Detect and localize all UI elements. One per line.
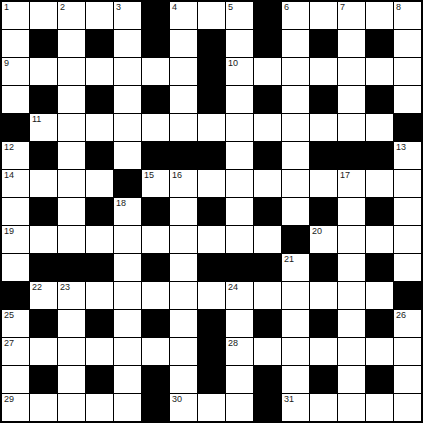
white-cell-r14c8[interactable] xyxy=(226,394,253,421)
black-cell-r1c3 xyxy=(86,30,113,57)
black-cell-r3c3 xyxy=(86,86,113,113)
black-cell-r11c9 xyxy=(254,310,281,337)
white-cell-r12c3[interactable] xyxy=(86,338,113,365)
white-cell-r14c12[interactable] xyxy=(338,394,365,421)
white-cell-r0c2[interactable]: 2 xyxy=(58,2,85,29)
white-cell-r5c2[interactable] xyxy=(58,142,85,169)
clue-number: 10 xyxy=(228,58,238,69)
white-cell-r8c9[interactable] xyxy=(254,226,281,253)
white-cell-r4c2[interactable] xyxy=(58,114,85,141)
white-cell-r4c9[interactable] xyxy=(254,114,281,141)
black-cell-r4c14 xyxy=(394,114,421,141)
clue-number: 29 xyxy=(4,394,14,405)
black-cell-r10c0 xyxy=(2,282,29,309)
black-cell-r7c1 xyxy=(30,198,57,225)
clue-number: 30 xyxy=(172,394,182,405)
white-cell-r6c14[interactable] xyxy=(394,170,421,197)
white-cell-r4c4[interactable] xyxy=(114,114,141,141)
white-cell-r6c0[interactable]: 14 xyxy=(2,170,29,197)
black-cell-r4c0 xyxy=(2,114,29,141)
white-cell-r8c4[interactable] xyxy=(114,226,141,253)
black-cell-r1c9 xyxy=(254,30,281,57)
black-cell-r3c1 xyxy=(30,86,57,113)
black-cell-r13c1 xyxy=(30,366,57,393)
white-cell-r8c7[interactable] xyxy=(198,226,225,253)
white-cell-r0c7[interactable] xyxy=(198,2,225,29)
white-cell-r14c3[interactable] xyxy=(86,394,113,421)
white-cell-r4c12[interactable] xyxy=(338,114,365,141)
white-cell-r5c10[interactable] xyxy=(282,142,309,169)
white-cell-r12c2[interactable] xyxy=(58,338,85,365)
white-cell-r10c3[interactable] xyxy=(86,282,113,309)
white-cell-r10c6[interactable] xyxy=(170,282,197,309)
clue-number: 11 xyxy=(32,114,41,125)
white-cell-r0c11[interactable] xyxy=(310,2,337,29)
white-cell-r11c2[interactable] xyxy=(58,310,85,337)
clue-number: 1 xyxy=(4,2,9,13)
white-cell-r0c1[interactable] xyxy=(30,2,57,29)
black-cell-r10c14 xyxy=(394,282,421,309)
black-cell-r7c9 xyxy=(254,198,281,225)
white-cell-r3c12[interactable] xyxy=(338,86,365,113)
white-cell-r12c8[interactable]: 28 xyxy=(226,338,253,365)
white-cell-r1c8[interactable] xyxy=(226,30,253,57)
white-cell-r14c13[interactable] xyxy=(366,394,393,421)
black-cell-r5c1 xyxy=(30,142,57,169)
white-cell-r0c0[interactable]: 1 xyxy=(2,2,29,29)
white-cell-r0c14[interactable]: 8 xyxy=(394,2,421,29)
white-cell-r14c11[interactable] xyxy=(310,394,337,421)
white-cell-r4c1[interactable]: 11 xyxy=(30,114,57,141)
white-cell-r8c8[interactable] xyxy=(226,226,253,253)
white-cell-r7c12[interactable] xyxy=(338,198,365,225)
black-cell-r1c1 xyxy=(30,30,57,57)
white-cell-r10c8[interactable]: 24 xyxy=(226,282,253,309)
white-cell-r12c12[interactable] xyxy=(338,338,365,365)
white-cell-r2c4[interactable] xyxy=(114,58,141,85)
white-cell-r4c11[interactable] xyxy=(310,114,337,141)
white-cell-r8c2[interactable] xyxy=(58,226,85,253)
black-cell-r3c5 xyxy=(142,86,169,113)
white-cell-r13c12[interactable] xyxy=(338,366,365,393)
white-cell-r14c10[interactable]: 31 xyxy=(282,394,309,421)
white-cell-r9c4[interactable] xyxy=(114,254,141,281)
black-cell-r9c11 xyxy=(310,254,337,281)
white-cell-r12c1[interactable] xyxy=(30,338,57,365)
black-cell-r3c7 xyxy=(198,86,225,113)
black-cell-r13c3 xyxy=(86,366,113,393)
black-cell-r1c5 xyxy=(142,30,169,57)
clue-number: 4 xyxy=(172,2,177,13)
white-cell-r0c12[interactable]: 7 xyxy=(338,2,365,29)
white-cell-r9c6[interactable] xyxy=(170,254,197,281)
white-cell-r10c2[interactable]: 23 xyxy=(58,282,85,309)
white-cell-r7c10[interactable] xyxy=(282,198,309,225)
white-cell-r2c2[interactable] xyxy=(58,58,85,85)
clue-number: 9 xyxy=(4,58,9,69)
clue-number: 12 xyxy=(4,142,14,153)
white-cell-r13c8[interactable] xyxy=(226,366,253,393)
crossword-grid: 1234567891011121314151617181920212223242… xyxy=(0,0,423,423)
clue-number: 23 xyxy=(60,282,70,293)
clue-number: 14 xyxy=(4,170,14,181)
black-cell-r3c11 xyxy=(310,86,337,113)
white-cell-r11c0[interactable]: 25 xyxy=(2,310,29,337)
black-cell-r11c13 xyxy=(366,310,393,337)
black-cell-r7c3 xyxy=(86,198,113,225)
white-cell-r4c8[interactable] xyxy=(226,114,253,141)
white-cell-r14c7[interactable] xyxy=(198,394,225,421)
white-cell-r2c8[interactable]: 10 xyxy=(226,58,253,85)
white-cell-r10c12[interactable] xyxy=(338,282,365,309)
black-cell-r11c11 xyxy=(310,310,337,337)
white-cell-r4c5[interactable] xyxy=(142,114,169,141)
white-cell-r2c5[interactable] xyxy=(142,58,169,85)
white-cell-r12c6[interactable] xyxy=(170,338,197,365)
clue-number: 19 xyxy=(4,226,14,237)
white-cell-r6c2[interactable] xyxy=(58,170,85,197)
white-cell-r4c3[interactable] xyxy=(86,114,113,141)
white-cell-r10c1[interactable]: 22 xyxy=(30,282,57,309)
black-cell-r3c13 xyxy=(366,86,393,113)
white-cell-r1c0[interactable] xyxy=(2,30,29,57)
white-cell-r8c5[interactable] xyxy=(142,226,169,253)
white-cell-r8c1[interactable] xyxy=(30,226,57,253)
black-cell-r1c11 xyxy=(310,30,337,57)
white-cell-r14c2[interactable] xyxy=(58,394,85,421)
white-cell-r14c0[interactable]: 29 xyxy=(2,394,29,421)
clue-number: 22 xyxy=(32,282,42,293)
black-cell-r7c5 xyxy=(142,198,169,225)
black-cell-r8c10 xyxy=(282,226,309,253)
black-cell-r12c7 xyxy=(198,338,225,365)
black-cell-r13c11 xyxy=(310,366,337,393)
clue-number: 17 xyxy=(340,170,350,181)
white-cell-r6c7[interactable] xyxy=(198,170,225,197)
clue-number: 3 xyxy=(116,2,121,13)
white-cell-r10c4[interactable] xyxy=(114,282,141,309)
white-cell-r7c0[interactable] xyxy=(2,198,29,225)
white-cell-r5c0[interactable]: 12 xyxy=(2,142,29,169)
white-cell-r9c10[interactable]: 21 xyxy=(282,254,309,281)
clue-number: 21 xyxy=(284,254,294,265)
white-cell-r13c0[interactable] xyxy=(2,366,29,393)
black-cell-r13c7 xyxy=(198,366,225,393)
black-cell-r7c11 xyxy=(310,198,337,225)
white-cell-r1c12[interactable] xyxy=(338,30,365,57)
black-cell-r9c5 xyxy=(142,254,169,281)
white-cell-r10c13[interactable] xyxy=(366,282,393,309)
black-cell-r9c8 xyxy=(226,254,253,281)
white-cell-r10c5[interactable] xyxy=(142,282,169,309)
white-cell-r13c6[interactable] xyxy=(170,366,197,393)
white-cell-r7c6[interactable] xyxy=(170,198,197,225)
black-cell-r13c5 xyxy=(142,366,169,393)
white-cell-r0c8[interactable]: 5 xyxy=(226,2,253,29)
white-cell-r2c12[interactable] xyxy=(338,58,365,85)
black-cell-r5c3 xyxy=(86,142,113,169)
white-cell-r8c6[interactable] xyxy=(170,226,197,253)
white-cell-r3c14[interactable] xyxy=(394,86,421,113)
clue-number: 13 xyxy=(396,142,406,153)
white-cell-r13c14[interactable] xyxy=(394,366,421,393)
white-cell-r2c9[interactable] xyxy=(254,58,281,85)
white-cell-r2c11[interactable] xyxy=(310,58,337,85)
clue-number: 16 xyxy=(172,170,182,181)
white-cell-r5c8[interactable] xyxy=(226,142,253,169)
black-cell-r11c5 xyxy=(142,310,169,337)
clue-number: 7 xyxy=(340,2,345,13)
black-cell-r11c3 xyxy=(86,310,113,337)
white-cell-r11c10[interactable] xyxy=(282,310,309,337)
clue-number: 18 xyxy=(116,198,126,209)
black-cell-r7c7 xyxy=(198,198,225,225)
black-cell-r5c6 xyxy=(170,142,197,169)
black-cell-r2c7 xyxy=(198,58,225,85)
white-cell-r12c14[interactable] xyxy=(394,338,421,365)
white-cell-r4c13[interactable] xyxy=(366,114,393,141)
white-cell-r2c0[interactable]: 9 xyxy=(2,58,29,85)
white-cell-r11c12[interactable] xyxy=(338,310,365,337)
white-cell-r6c13[interactable] xyxy=(366,170,393,197)
white-cell-r6c6[interactable]: 16 xyxy=(170,170,197,197)
black-cell-r11c1 xyxy=(30,310,57,337)
white-cell-r12c13[interactable] xyxy=(366,338,393,365)
black-cell-r0c9 xyxy=(254,2,281,29)
white-cell-r6c5[interactable]: 15 xyxy=(142,170,169,197)
white-cell-r9c14[interactable] xyxy=(394,254,421,281)
white-cell-r6c8[interactable] xyxy=(226,170,253,197)
white-cell-r11c4[interactable] xyxy=(114,310,141,337)
clue-number: 8 xyxy=(396,2,401,13)
black-cell-r13c13 xyxy=(366,366,393,393)
black-cell-r9c1 xyxy=(30,254,57,281)
black-cell-r13c9 xyxy=(254,366,281,393)
white-cell-r3c4[interactable] xyxy=(114,86,141,113)
white-cell-r6c11[interactable] xyxy=(310,170,337,197)
white-cell-r8c11[interactable]: 20 xyxy=(310,226,337,253)
white-cell-r10c11[interactable] xyxy=(310,282,337,309)
white-cell-r6c1[interactable] xyxy=(30,170,57,197)
black-cell-r5c9 xyxy=(254,142,281,169)
white-cell-r8c3[interactable] xyxy=(86,226,113,253)
white-cell-r11c8[interactable] xyxy=(226,310,253,337)
white-cell-r6c10[interactable] xyxy=(282,170,309,197)
black-cell-r5c11 xyxy=(310,142,337,169)
black-cell-r5c12 xyxy=(338,142,365,169)
white-cell-r12c9[interactable] xyxy=(254,338,281,365)
black-cell-r5c7 xyxy=(198,142,225,169)
white-cell-r14c4[interactable] xyxy=(114,394,141,421)
black-cell-r7c13 xyxy=(366,198,393,225)
clue-number: 28 xyxy=(228,338,238,349)
clue-number: 15 xyxy=(144,170,154,181)
clue-number: 24 xyxy=(228,282,238,293)
white-cell-r3c8[interactable] xyxy=(226,86,253,113)
white-cell-r7c14[interactable] xyxy=(394,198,421,225)
white-cell-r0c3[interactable] xyxy=(86,2,113,29)
white-cell-r1c4[interactable] xyxy=(114,30,141,57)
white-cell-r14c1[interactable] xyxy=(30,394,57,421)
black-cell-r0c5 xyxy=(142,2,169,29)
white-cell-r1c2[interactable] xyxy=(58,30,85,57)
white-cell-r12c4[interactable] xyxy=(114,338,141,365)
white-cell-r11c6[interactable] xyxy=(170,310,197,337)
black-cell-r9c2 xyxy=(58,254,85,281)
white-cell-r13c2[interactable] xyxy=(58,366,85,393)
black-cell-r6c4 xyxy=(114,170,141,197)
white-cell-r8c13[interactable] xyxy=(366,226,393,253)
white-cell-r1c6[interactable] xyxy=(170,30,197,57)
white-cell-r0c6[interactable]: 4 xyxy=(170,2,197,29)
black-cell-r14c9 xyxy=(254,394,281,421)
white-cell-r12c10[interactable] xyxy=(282,338,309,365)
white-cell-r9c12[interactable] xyxy=(338,254,365,281)
clue-number: 20 xyxy=(312,226,322,237)
clue-number: 26 xyxy=(396,310,406,321)
white-cell-r5c14[interactable]: 13 xyxy=(394,142,421,169)
white-cell-r3c6[interactable] xyxy=(170,86,197,113)
white-cell-r4c7[interactable] xyxy=(198,114,225,141)
black-cell-r9c3 xyxy=(86,254,113,281)
black-cell-r1c13 xyxy=(366,30,393,57)
clue-number: 25 xyxy=(4,310,14,321)
white-cell-r8c14[interactable] xyxy=(394,226,421,253)
white-cell-r2c1[interactable] xyxy=(30,58,57,85)
white-cell-r1c14[interactable] xyxy=(394,30,421,57)
white-cell-r10c10[interactable] xyxy=(282,282,309,309)
white-cell-r10c7[interactable] xyxy=(198,282,225,309)
white-cell-r10c9[interactable] xyxy=(254,282,281,309)
clue-number: 6 xyxy=(284,2,289,13)
white-cell-r2c13[interactable] xyxy=(366,58,393,85)
white-cell-r7c2[interactable] xyxy=(58,198,85,225)
black-cell-r5c13 xyxy=(366,142,393,169)
white-cell-r2c3[interactable] xyxy=(86,58,113,85)
white-cell-r0c13[interactable] xyxy=(366,2,393,29)
white-cell-r2c14[interactable] xyxy=(394,58,421,85)
black-cell-r3c9 xyxy=(254,86,281,113)
white-cell-r3c0[interactable] xyxy=(2,86,29,113)
black-cell-r9c9 xyxy=(254,254,281,281)
white-cell-r8c12[interactable] xyxy=(338,226,365,253)
white-cell-r11c14[interactable]: 26 xyxy=(394,310,421,337)
white-cell-r5c4[interactable] xyxy=(114,142,141,169)
white-cell-r2c10[interactable] xyxy=(282,58,309,85)
black-cell-r5c5 xyxy=(142,142,169,169)
white-cell-r14c6[interactable]: 30 xyxy=(170,394,197,421)
clue-number: 2 xyxy=(60,2,65,13)
white-cell-r0c10[interactable]: 6 xyxy=(282,2,309,29)
white-cell-r13c10[interactable] xyxy=(282,366,309,393)
white-cell-r6c9[interactable] xyxy=(254,170,281,197)
black-cell-r1c7 xyxy=(198,30,225,57)
clue-number: 27 xyxy=(4,338,14,349)
white-cell-r12c5[interactable] xyxy=(142,338,169,365)
white-cell-r1c10[interactable] xyxy=(282,30,309,57)
clue-number: 5 xyxy=(228,2,233,13)
black-cell-r11c7 xyxy=(198,310,225,337)
white-cell-r7c8[interactable] xyxy=(226,198,253,225)
white-cell-r6c3[interactable] xyxy=(86,170,113,197)
white-cell-r6c12[interactable]: 17 xyxy=(338,170,365,197)
black-cell-r9c13 xyxy=(366,254,393,281)
white-cell-r8c0[interactable]: 19 xyxy=(2,226,29,253)
white-cell-r7c4[interactable]: 18 xyxy=(114,198,141,225)
white-cell-r2c6[interactable] xyxy=(170,58,197,85)
black-cell-r9c7 xyxy=(198,254,225,281)
white-cell-r0c4[interactable]: 3 xyxy=(114,2,141,29)
white-cell-r13c4[interactable] xyxy=(114,366,141,393)
clue-number: 31 xyxy=(284,394,294,405)
white-cell-r4c6[interactable] xyxy=(170,114,197,141)
white-cell-r3c10[interactable] xyxy=(282,86,309,113)
white-cell-r4c10[interactable] xyxy=(282,114,309,141)
white-cell-r14c14[interactable] xyxy=(394,394,421,421)
white-cell-r9c0[interactable] xyxy=(2,254,29,281)
white-cell-r12c11[interactable] xyxy=(310,338,337,365)
white-cell-r3c2[interactable] xyxy=(58,86,85,113)
black-cell-r14c5 xyxy=(142,394,169,421)
white-cell-r12c0[interactable]: 27 xyxy=(2,338,29,365)
